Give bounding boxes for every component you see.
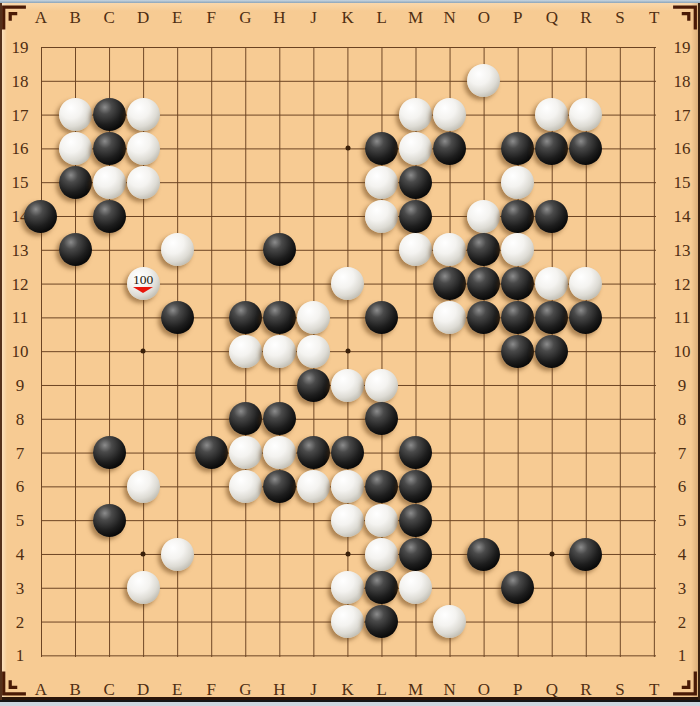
intersection-L9[interactable] — [364, 368, 398, 402]
intersection-P10[interactable] — [501, 334, 535, 368]
intersection-N10[interactable] — [433, 334, 467, 368]
intersection-T8[interactable] — [637, 402, 671, 436]
intersection-Q3[interactable] — [535, 571, 569, 605]
intersection-T7[interactable] — [637, 436, 671, 470]
intersection-N5[interactable] — [433, 503, 467, 537]
intersection-E16[interactable] — [160, 132, 194, 166]
intersection-G17[interactable] — [228, 98, 262, 132]
intersection-M10[interactable] — [398, 334, 432, 368]
intersection-B2[interactable] — [58, 605, 92, 639]
intersection-J11[interactable] — [296, 301, 330, 335]
intersection-H17[interactable] — [262, 98, 296, 132]
intersection-M7[interactable] — [398, 436, 432, 470]
intersection-B1[interactable] — [58, 639, 92, 673]
intersection-O7[interactable] — [467, 436, 501, 470]
intersection-L19[interactable] — [364, 30, 398, 64]
intersection-C13[interactable] — [92, 233, 126, 267]
intersection-K17[interactable] — [330, 98, 364, 132]
intersection-T2[interactable] — [637, 605, 671, 639]
intersection-J5[interactable] — [296, 503, 330, 537]
intersection-L7[interactable] — [364, 436, 398, 470]
intersection-N11[interactable] — [433, 301, 467, 335]
intersection-L16[interactable] — [364, 132, 398, 166]
intersection-B8[interactable] — [58, 402, 92, 436]
intersection-J8[interactable] — [296, 402, 330, 436]
intersection-O12[interactable] — [467, 267, 501, 301]
intersection-D19[interactable] — [126, 30, 160, 64]
intersection-R2[interactable] — [569, 605, 603, 639]
intersection-O2[interactable] — [467, 605, 501, 639]
intersection-H4[interactable] — [262, 537, 296, 571]
intersection-J7[interactable] — [296, 436, 330, 470]
intersection-G1[interactable] — [228, 639, 262, 673]
intersection-M17[interactable] — [398, 98, 432, 132]
intersection-O11[interactable] — [467, 301, 501, 335]
intersection-B17[interactable] — [58, 98, 92, 132]
intersection-D5[interactable] — [126, 503, 160, 537]
intersection-G11[interactable] — [228, 301, 262, 335]
intersection-S10[interactable] — [603, 334, 637, 368]
intersection-H2[interactable] — [262, 605, 296, 639]
intersection-H19[interactable] — [262, 30, 296, 64]
intersection-N19[interactable] — [433, 30, 467, 64]
intersection-E14[interactable] — [160, 199, 194, 233]
intersection-N9[interactable] — [433, 368, 467, 402]
intersection-T4[interactable] — [637, 537, 671, 571]
intersection-P17[interactable] — [501, 98, 535, 132]
intersection-F11[interactable] — [194, 301, 228, 335]
intersection-A16[interactable] — [24, 132, 58, 166]
intersection-C11[interactable] — [92, 301, 126, 335]
intersection-C19[interactable] — [92, 30, 126, 64]
intersection-G16[interactable] — [228, 132, 262, 166]
intersection-D8[interactable] — [126, 402, 160, 436]
intersection-G2[interactable] — [228, 605, 262, 639]
intersection-C7[interactable] — [92, 436, 126, 470]
intersection-C6[interactable] — [92, 470, 126, 504]
intersection-F12[interactable] — [194, 267, 228, 301]
intersection-D16[interactable] — [126, 132, 160, 166]
intersection-C2[interactable] — [92, 605, 126, 639]
intersection-R8[interactable] — [569, 402, 603, 436]
intersection-D15[interactable] — [126, 165, 160, 199]
intersection-P12[interactable] — [501, 267, 535, 301]
intersection-H16[interactable] — [262, 132, 296, 166]
intersection-O6[interactable] — [467, 470, 501, 504]
intersection-S16[interactable] — [603, 132, 637, 166]
intersection-P1[interactable] — [501, 639, 535, 673]
intersection-A7[interactable] — [24, 436, 58, 470]
intersection-B9[interactable] — [58, 368, 92, 402]
intersection-F13[interactable] — [194, 233, 228, 267]
intersection-F16[interactable] — [194, 132, 228, 166]
intersection-G15[interactable] — [228, 165, 262, 199]
intersection-T1[interactable] — [637, 639, 671, 673]
intersection-J10[interactable] — [296, 334, 330, 368]
intersection-S13[interactable] — [603, 233, 637, 267]
intersection-D12[interactable]: 100 — [126, 267, 160, 301]
intersection-M4[interactable] — [398, 537, 432, 571]
intersection-E3[interactable] — [160, 571, 194, 605]
intersection-Q6[interactable] — [535, 470, 569, 504]
intersection-B5[interactable] — [58, 503, 92, 537]
intersection-H7[interactable] — [262, 436, 296, 470]
intersection-K2[interactable] — [330, 605, 364, 639]
intersection-K4[interactable] — [330, 537, 364, 571]
intersection-E6[interactable] — [160, 470, 194, 504]
intersection-O4[interactable] — [467, 537, 501, 571]
intersection-L10[interactable] — [364, 334, 398, 368]
intersection-T18[interactable] — [637, 64, 671, 98]
intersection-R11[interactable] — [569, 301, 603, 335]
intersection-S9[interactable] — [603, 368, 637, 402]
intersection-M18[interactable] — [398, 64, 432, 98]
intersection-T12[interactable] — [637, 267, 671, 301]
intersection-T19[interactable] — [637, 30, 671, 64]
intersection-A10[interactable] — [24, 334, 58, 368]
intersection-S19[interactable] — [603, 30, 637, 64]
intersection-T13[interactable] — [637, 233, 671, 267]
intersection-L11[interactable] — [364, 301, 398, 335]
intersection-A13[interactable] — [24, 233, 58, 267]
intersection-P4[interactable] — [501, 537, 535, 571]
intersection-R15[interactable] — [569, 165, 603, 199]
intersection-C1[interactable] — [92, 639, 126, 673]
intersection-R13[interactable] — [569, 233, 603, 267]
intersection-Q8[interactable] — [535, 402, 569, 436]
intersection-B14[interactable] — [58, 199, 92, 233]
intersection-L12[interactable] — [364, 267, 398, 301]
intersection-H18[interactable] — [262, 64, 296, 98]
intersection-H3[interactable] — [262, 571, 296, 605]
intersection-J12[interactable] — [296, 267, 330, 301]
intersection-N1[interactable] — [433, 639, 467, 673]
intersection-K11[interactable] — [330, 301, 364, 335]
intersection-O19[interactable] — [467, 30, 501, 64]
intersection-Q11[interactable] — [535, 301, 569, 335]
intersection-P16[interactable] — [501, 132, 535, 166]
intersection-P19[interactable] — [501, 30, 535, 64]
intersection-C14[interactable] — [92, 199, 126, 233]
intersection-L8[interactable] — [364, 402, 398, 436]
intersection-A12[interactable] — [24, 267, 58, 301]
intersection-E10[interactable] — [160, 334, 194, 368]
intersection-F4[interactable] — [194, 537, 228, 571]
intersection-Q9[interactable] — [535, 368, 569, 402]
intersection-B4[interactable] — [58, 537, 92, 571]
intersection-S2[interactable] — [603, 605, 637, 639]
intersection-N2[interactable] — [433, 605, 467, 639]
intersection-T16[interactable] — [637, 132, 671, 166]
intersection-P15[interactable] — [501, 165, 535, 199]
intersection-S3[interactable] — [603, 571, 637, 605]
intersection-H13[interactable] — [262, 233, 296, 267]
intersection-F1[interactable] — [194, 639, 228, 673]
intersection-L14[interactable] — [364, 199, 398, 233]
intersection-H10[interactable] — [262, 334, 296, 368]
intersection-M8[interactable] — [398, 402, 432, 436]
intersection-D4[interactable] — [126, 537, 160, 571]
intersection-F18[interactable] — [194, 64, 228, 98]
intersection-J6[interactable] — [296, 470, 330, 504]
intersection-O3[interactable] — [467, 571, 501, 605]
intersection-E13[interactable] — [160, 233, 194, 267]
intersection-H5[interactable] — [262, 503, 296, 537]
intersection-E19[interactable] — [160, 30, 194, 64]
intersection-J2[interactable] — [296, 605, 330, 639]
intersection-J15[interactable] — [296, 165, 330, 199]
intersection-T17[interactable] — [637, 98, 671, 132]
intersection-E2[interactable] — [160, 605, 194, 639]
intersection-A14[interactable] — [24, 199, 58, 233]
intersection-O15[interactable] — [467, 165, 501, 199]
intersection-N18[interactable] — [433, 64, 467, 98]
intersection-A17[interactable] — [24, 98, 58, 132]
intersection-Q1[interactable] — [535, 639, 569, 673]
intersection-A8[interactable] — [24, 402, 58, 436]
intersection-E7[interactable] — [160, 436, 194, 470]
intersection-G5[interactable] — [228, 503, 262, 537]
intersection-H1[interactable] — [262, 639, 296, 673]
intersection-F19[interactable] — [194, 30, 228, 64]
intersection-N12[interactable] — [433, 267, 467, 301]
intersection-S4[interactable] — [603, 537, 637, 571]
intersection-B11[interactable] — [58, 301, 92, 335]
intersection-A5[interactable] — [24, 503, 58, 537]
intersection-O8[interactable] — [467, 402, 501, 436]
intersection-M3[interactable] — [398, 571, 432, 605]
intersection-T6[interactable] — [637, 470, 671, 504]
intersection-D17[interactable] — [126, 98, 160, 132]
board-play-area[interactable]: 100 — [24, 30, 671, 672]
intersection-L17[interactable] — [364, 98, 398, 132]
intersection-H11[interactable] — [262, 301, 296, 335]
intersection-D13[interactable] — [126, 233, 160, 267]
intersection-R7[interactable] — [569, 436, 603, 470]
intersection-B15[interactable] — [58, 165, 92, 199]
intersection-E9[interactable] — [160, 368, 194, 402]
intersection-C18[interactable] — [92, 64, 126, 98]
intersection-P9[interactable] — [501, 368, 535, 402]
intersection-T3[interactable] — [637, 571, 671, 605]
intersection-H14[interactable] — [262, 199, 296, 233]
intersection-C4[interactable] — [92, 537, 126, 571]
intersection-R18[interactable] — [569, 64, 603, 98]
intersection-L5[interactable] — [364, 503, 398, 537]
intersection-F3[interactable] — [194, 571, 228, 605]
intersection-P7[interactable] — [501, 436, 535, 470]
intersection-E1[interactable] — [160, 639, 194, 673]
intersection-F17[interactable] — [194, 98, 228, 132]
intersection-N7[interactable] — [433, 436, 467, 470]
intersection-T14[interactable] — [637, 199, 671, 233]
intersection-H12[interactable] — [262, 267, 296, 301]
intersection-P11[interactable] — [501, 301, 535, 335]
intersection-S14[interactable] — [603, 199, 637, 233]
intersection-A3[interactable] — [24, 571, 58, 605]
intersection-H8[interactable] — [262, 402, 296, 436]
intersection-E11[interactable] — [160, 301, 194, 335]
intersection-H6[interactable] — [262, 470, 296, 504]
intersection-M19[interactable] — [398, 30, 432, 64]
intersection-P14[interactable] — [501, 199, 535, 233]
intersection-Q14[interactable] — [535, 199, 569, 233]
intersection-O16[interactable] — [467, 132, 501, 166]
intersection-D14[interactable] — [126, 199, 160, 233]
intersection-C17[interactable] — [92, 98, 126, 132]
intersection-G4[interactable] — [228, 537, 262, 571]
intersection-R10[interactable] — [569, 334, 603, 368]
intersection-K19[interactable] — [330, 30, 364, 64]
intersection-M2[interactable] — [398, 605, 432, 639]
intersection-D9[interactable] — [126, 368, 160, 402]
intersection-F5[interactable] — [194, 503, 228, 537]
intersection-D2[interactable] — [126, 605, 160, 639]
intersection-T11[interactable] — [637, 301, 671, 335]
intersection-K10[interactable] — [330, 334, 364, 368]
intersection-C5[interactable] — [92, 503, 126, 537]
intersection-O13[interactable] — [467, 233, 501, 267]
intersection-S17[interactable] — [603, 98, 637, 132]
intersection-L15[interactable] — [364, 165, 398, 199]
intersection-P8[interactable] — [501, 402, 535, 436]
intersection-H15[interactable] — [262, 165, 296, 199]
intersection-M1[interactable] — [398, 639, 432, 673]
intersection-A2[interactable] — [24, 605, 58, 639]
intersection-A6[interactable] — [24, 470, 58, 504]
intersection-N8[interactable] — [433, 402, 467, 436]
intersection-R3[interactable] — [569, 571, 603, 605]
intersection-M15[interactable] — [398, 165, 432, 199]
intersection-S15[interactable] — [603, 165, 637, 199]
intersection-A18[interactable] — [24, 64, 58, 98]
intersection-K5[interactable] — [330, 503, 364, 537]
intersection-D18[interactable] — [126, 64, 160, 98]
intersection-D6[interactable] — [126, 470, 160, 504]
intersection-A19[interactable] — [24, 30, 58, 64]
intersection-P5[interactable] — [501, 503, 535, 537]
intersection-M12[interactable] — [398, 267, 432, 301]
intersection-G9[interactable] — [228, 368, 262, 402]
intersection-M6[interactable] — [398, 470, 432, 504]
intersection-L13[interactable] — [364, 233, 398, 267]
intersection-K3[interactable] — [330, 571, 364, 605]
intersection-M13[interactable] — [398, 233, 432, 267]
intersection-J17[interactable] — [296, 98, 330, 132]
intersection-R5[interactable] — [569, 503, 603, 537]
intersection-J9[interactable] — [296, 368, 330, 402]
intersection-J19[interactable] — [296, 30, 330, 64]
intersection-A1[interactable] — [24, 639, 58, 673]
intersection-E12[interactable] — [160, 267, 194, 301]
intersection-A15[interactable] — [24, 165, 58, 199]
intersection-A9[interactable] — [24, 368, 58, 402]
intersection-R16[interactable] — [569, 132, 603, 166]
intersection-L3[interactable] — [364, 571, 398, 605]
intersection-T10[interactable] — [637, 334, 671, 368]
intersection-S1[interactable] — [603, 639, 637, 673]
intersection-N14[interactable] — [433, 199, 467, 233]
intersection-Q17[interactable] — [535, 98, 569, 132]
intersection-G12[interactable] — [228, 267, 262, 301]
intersection-F8[interactable] — [194, 402, 228, 436]
intersection-B13[interactable] — [58, 233, 92, 267]
intersection-K9[interactable] — [330, 368, 364, 402]
intersection-D11[interactable] — [126, 301, 160, 335]
intersection-B3[interactable] — [58, 571, 92, 605]
intersection-B10[interactable] — [58, 334, 92, 368]
intersection-K8[interactable] — [330, 402, 364, 436]
intersection-M14[interactable] — [398, 199, 432, 233]
intersection-N15[interactable] — [433, 165, 467, 199]
intersection-J16[interactable] — [296, 132, 330, 166]
intersection-O10[interactable] — [467, 334, 501, 368]
intersection-G13[interactable] — [228, 233, 262, 267]
intersection-C9[interactable] — [92, 368, 126, 402]
intersection-N16[interactable] — [433, 132, 467, 166]
intersection-O9[interactable] — [467, 368, 501, 402]
intersection-O17[interactable] — [467, 98, 501, 132]
intersection-L2[interactable] — [364, 605, 398, 639]
intersection-Q16[interactable] — [535, 132, 569, 166]
intersection-O18[interactable] — [467, 64, 501, 98]
intersection-O1[interactable] — [467, 639, 501, 673]
intersection-K15[interactable] — [330, 165, 364, 199]
intersection-C10[interactable] — [92, 334, 126, 368]
intersection-Q5[interactable] — [535, 503, 569, 537]
intersection-S8[interactable] — [603, 402, 637, 436]
intersection-P13[interactable] — [501, 233, 535, 267]
intersection-J1[interactable] — [296, 639, 330, 673]
intersection-J3[interactable] — [296, 571, 330, 605]
intersection-C15[interactable] — [92, 165, 126, 199]
intersection-D10[interactable] — [126, 334, 160, 368]
intersection-S12[interactable] — [603, 267, 637, 301]
intersection-D1[interactable] — [126, 639, 160, 673]
intersection-P2[interactable] — [501, 605, 535, 639]
intersection-Q10[interactable] — [535, 334, 569, 368]
intersection-G10[interactable] — [228, 334, 262, 368]
intersection-S11[interactable] — [603, 301, 637, 335]
intersection-E15[interactable] — [160, 165, 194, 199]
intersection-Q15[interactable] — [535, 165, 569, 199]
intersection-T15[interactable] — [637, 165, 671, 199]
intersection-B18[interactable] — [58, 64, 92, 98]
intersection-K12[interactable] — [330, 267, 364, 301]
intersection-P6[interactable] — [501, 470, 535, 504]
intersection-K1[interactable] — [330, 639, 364, 673]
intersection-G14[interactable] — [228, 199, 262, 233]
intersection-S6[interactable] — [603, 470, 637, 504]
intersection-M16[interactable] — [398, 132, 432, 166]
intersection-B7[interactable] — [58, 436, 92, 470]
intersection-F9[interactable] — [194, 368, 228, 402]
intersection-E4[interactable] — [160, 537, 194, 571]
intersection-R4[interactable] — [569, 537, 603, 571]
intersection-G18[interactable] — [228, 64, 262, 98]
intersection-G7[interactable] — [228, 436, 262, 470]
intersection-N4[interactable] — [433, 537, 467, 571]
intersection-P18[interactable] — [501, 64, 535, 98]
intersection-A11[interactable] — [24, 301, 58, 335]
intersection-R6[interactable] — [569, 470, 603, 504]
intersection-L1[interactable] — [364, 639, 398, 673]
intersection-G8[interactable] — [228, 402, 262, 436]
intersection-J13[interactable] — [296, 233, 330, 267]
intersection-Q13[interactable] — [535, 233, 569, 267]
intersection-E17[interactable] — [160, 98, 194, 132]
intersection-C16[interactable] — [92, 132, 126, 166]
